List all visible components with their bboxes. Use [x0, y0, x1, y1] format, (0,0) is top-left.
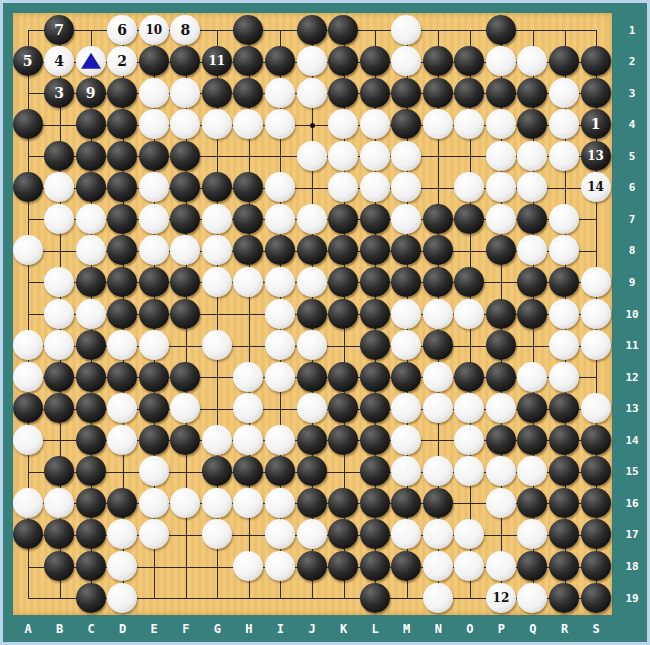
point-N17[interactable] [423, 519, 454, 550]
point-H11[interactable] [233, 330, 264, 361]
point-F15[interactable] [170, 456, 201, 487]
point-G19[interactable] [202, 583, 233, 614]
point-I8[interactable] [265, 235, 296, 266]
point-P14[interactable] [486, 425, 517, 456]
point-H14[interactable] [233, 425, 264, 456]
point-H5[interactable] [233, 141, 264, 172]
point-I12[interactable] [265, 362, 296, 393]
point-A18[interactable] [13, 551, 44, 582]
point-C8[interactable] [76, 235, 107, 266]
point-A10[interactable] [13, 299, 44, 330]
point-S12[interactable] [581, 362, 612, 393]
point-S8[interactable] [581, 235, 612, 266]
point-F14[interactable] [170, 425, 201, 456]
point-R8[interactable] [549, 235, 580, 266]
point-P3[interactable] [486, 78, 517, 109]
point-L5[interactable] [360, 141, 391, 172]
point-E10[interactable] [139, 299, 170, 330]
point-O12[interactable] [454, 362, 485, 393]
point-E7[interactable] [139, 204, 170, 235]
point-R6[interactable] [549, 172, 580, 203]
point-J11[interactable] [297, 330, 328, 361]
point-G12[interactable] [202, 362, 233, 393]
point-P16[interactable] [486, 488, 517, 519]
point-R4[interactable] [549, 109, 580, 140]
point-N5[interactable] [423, 141, 454, 172]
point-D1[interactable]: 6 [107, 15, 138, 46]
point-R3[interactable] [549, 78, 580, 109]
point-O17[interactable] [454, 519, 485, 550]
point-M13[interactable] [391, 393, 422, 424]
point-L9[interactable] [360, 267, 391, 298]
point-J1[interactable] [297, 15, 328, 46]
point-E11[interactable] [139, 330, 170, 361]
point-F13[interactable] [170, 393, 201, 424]
point-C2[interactable] [76, 46, 107, 77]
point-F8[interactable] [170, 235, 201, 266]
point-Q14[interactable] [517, 425, 548, 456]
point-K18[interactable] [328, 551, 359, 582]
point-A8[interactable] [13, 235, 44, 266]
point-H4[interactable] [233, 109, 264, 140]
point-N7[interactable] [423, 204, 454, 235]
point-I5[interactable] [265, 141, 296, 172]
point-M16[interactable] [391, 488, 422, 519]
point-N14[interactable] [423, 425, 454, 456]
point-Q17[interactable] [517, 519, 548, 550]
point-D11[interactable] [107, 330, 138, 361]
point-N8[interactable] [423, 235, 454, 266]
point-F2[interactable] [170, 46, 201, 77]
point-E1[interactable]: 10 [139, 15, 170, 46]
point-E13[interactable] [139, 393, 170, 424]
point-D2[interactable]: 2 [107, 46, 138, 77]
point-E3[interactable] [139, 78, 170, 109]
point-L10[interactable] [360, 299, 391, 330]
point-G16[interactable] [202, 488, 233, 519]
point-S15[interactable] [581, 456, 612, 487]
point-H6[interactable] [233, 172, 264, 203]
point-E14[interactable] [139, 425, 170, 456]
point-M19[interactable] [391, 583, 422, 614]
point-P15[interactable] [486, 456, 517, 487]
point-D4[interactable] [107, 109, 138, 140]
point-D3[interactable] [107, 78, 138, 109]
point-P1[interactable] [486, 15, 517, 46]
point-K11[interactable] [328, 330, 359, 361]
point-R7[interactable] [549, 204, 580, 235]
point-N9[interactable] [423, 267, 454, 298]
point-O4[interactable] [454, 109, 485, 140]
point-I15[interactable] [265, 456, 296, 487]
point-O18[interactable] [454, 551, 485, 582]
point-E5[interactable] [139, 141, 170, 172]
point-S6[interactable]: 14 [581, 172, 612, 203]
point-J13[interactable] [297, 393, 328, 424]
point-A1[interactable] [13, 15, 44, 46]
point-E6[interactable] [139, 172, 170, 203]
point-C14[interactable] [76, 425, 107, 456]
point-G3[interactable] [202, 78, 233, 109]
point-D16[interactable] [107, 488, 138, 519]
point-J2[interactable] [297, 46, 328, 77]
point-M3[interactable] [391, 78, 422, 109]
point-P13[interactable] [486, 393, 517, 424]
point-E9[interactable] [139, 267, 170, 298]
point-C16[interactable] [76, 488, 107, 519]
point-H16[interactable] [233, 488, 264, 519]
point-K5[interactable] [328, 141, 359, 172]
point-B10[interactable] [44, 299, 75, 330]
point-F7[interactable] [170, 204, 201, 235]
point-M7[interactable] [391, 204, 422, 235]
point-S10[interactable] [581, 299, 612, 330]
point-P18[interactable] [486, 551, 517, 582]
point-N13[interactable] [423, 393, 454, 424]
point-G17[interactable] [202, 519, 233, 550]
point-D19[interactable] [107, 583, 138, 614]
point-O8[interactable] [454, 235, 485, 266]
point-N16[interactable] [423, 488, 454, 519]
point-I11[interactable] [265, 330, 296, 361]
point-O5[interactable] [454, 141, 485, 172]
point-L18[interactable] [360, 551, 391, 582]
point-C10[interactable] [76, 299, 107, 330]
point-F17[interactable] [170, 519, 201, 550]
point-A3[interactable] [13, 78, 44, 109]
point-O1[interactable] [454, 15, 485, 46]
point-N1[interactable] [423, 15, 454, 46]
point-C4[interactable] [76, 109, 107, 140]
point-C19[interactable] [76, 583, 107, 614]
point-S5[interactable]: 13 [581, 141, 612, 172]
point-Q19[interactable] [517, 583, 548, 614]
point-S9[interactable] [581, 267, 612, 298]
point-M18[interactable] [391, 551, 422, 582]
point-G14[interactable] [202, 425, 233, 456]
point-A11[interactable] [13, 330, 44, 361]
point-Q15[interactable] [517, 456, 548, 487]
point-M2[interactable] [391, 46, 422, 77]
point-N19[interactable] [423, 583, 454, 614]
point-D8[interactable] [107, 235, 138, 266]
point-E17[interactable] [139, 519, 170, 550]
point-K10[interactable] [328, 299, 359, 330]
point-I13[interactable] [265, 393, 296, 424]
point-J12[interactable] [297, 362, 328, 393]
point-L19[interactable] [360, 583, 391, 614]
point-Q13[interactable] [517, 393, 548, 424]
point-R13[interactable] [549, 393, 580, 424]
point-S19[interactable] [581, 583, 612, 614]
point-H7[interactable] [233, 204, 264, 235]
point-L1[interactable] [360, 15, 391, 46]
point-L14[interactable] [360, 425, 391, 456]
point-A6[interactable] [13, 172, 44, 203]
point-H9[interactable] [233, 267, 264, 298]
point-O10[interactable] [454, 299, 485, 330]
point-I17[interactable] [265, 519, 296, 550]
point-Q18[interactable] [517, 551, 548, 582]
point-S13[interactable] [581, 393, 612, 424]
point-E15[interactable] [139, 456, 170, 487]
point-Q4[interactable] [517, 109, 548, 140]
point-Q6[interactable] [517, 172, 548, 203]
point-F5[interactable] [170, 141, 201, 172]
point-B3[interactable]: 3 [44, 78, 75, 109]
point-P19[interactable]: 12 [486, 583, 517, 614]
point-M12[interactable] [391, 362, 422, 393]
point-I1[interactable] [265, 15, 296, 46]
point-F6[interactable] [170, 172, 201, 203]
point-J7[interactable] [297, 204, 328, 235]
point-C9[interactable] [76, 267, 107, 298]
point-E4[interactable] [139, 109, 170, 140]
point-H13[interactable] [233, 393, 264, 424]
point-S18[interactable] [581, 551, 612, 582]
point-J5[interactable] [297, 141, 328, 172]
point-H8[interactable] [233, 235, 264, 266]
point-D18[interactable] [107, 551, 138, 582]
point-O14[interactable] [454, 425, 485, 456]
point-E2[interactable] [139, 46, 170, 77]
point-D5[interactable] [107, 141, 138, 172]
point-I6[interactable] [265, 172, 296, 203]
point-C11[interactable] [76, 330, 107, 361]
point-S3[interactable] [581, 78, 612, 109]
point-J14[interactable] [297, 425, 328, 456]
point-C5[interactable] [76, 141, 107, 172]
point-O7[interactable] [454, 204, 485, 235]
point-E18[interactable] [139, 551, 170, 582]
point-G10[interactable] [202, 299, 233, 330]
point-E8[interactable] [139, 235, 170, 266]
point-G8[interactable] [202, 235, 233, 266]
point-B17[interactable] [44, 519, 75, 550]
point-R2[interactable] [549, 46, 580, 77]
point-M4[interactable] [391, 109, 422, 140]
point-L4[interactable] [360, 109, 391, 140]
point-D7[interactable] [107, 204, 138, 235]
point-F19[interactable] [170, 583, 201, 614]
point-D13[interactable] [107, 393, 138, 424]
point-Q2[interactable] [517, 46, 548, 77]
point-R9[interactable] [549, 267, 580, 298]
point-B7[interactable] [44, 204, 75, 235]
point-S7[interactable] [581, 204, 612, 235]
point-F10[interactable] [170, 299, 201, 330]
point-J4[interactable] [297, 109, 328, 140]
point-Q16[interactable] [517, 488, 548, 519]
point-D6[interactable] [107, 172, 138, 203]
point-P5[interactable] [486, 141, 517, 172]
point-J6[interactable] [297, 172, 328, 203]
point-G6[interactable] [202, 172, 233, 203]
point-R11[interactable] [549, 330, 580, 361]
point-B14[interactable] [44, 425, 75, 456]
point-D17[interactable] [107, 519, 138, 550]
point-N15[interactable] [423, 456, 454, 487]
point-P6[interactable] [486, 172, 517, 203]
point-A5[interactable] [13, 141, 44, 172]
point-Q11[interactable] [517, 330, 548, 361]
point-C17[interactable] [76, 519, 107, 550]
point-C13[interactable] [76, 393, 107, 424]
point-S11[interactable] [581, 330, 612, 361]
point-A19[interactable] [13, 583, 44, 614]
point-K16[interactable] [328, 488, 359, 519]
point-K6[interactable] [328, 172, 359, 203]
point-B11[interactable] [44, 330, 75, 361]
point-E12[interactable] [139, 362, 170, 393]
point-M8[interactable] [391, 235, 422, 266]
point-G15[interactable] [202, 456, 233, 487]
point-P17[interactable] [486, 519, 517, 550]
point-P9[interactable] [486, 267, 517, 298]
point-M6[interactable] [391, 172, 422, 203]
point-G4[interactable] [202, 109, 233, 140]
point-A15[interactable] [13, 456, 44, 487]
point-R5[interactable] [549, 141, 580, 172]
point-J15[interactable] [297, 456, 328, 487]
point-P4[interactable] [486, 109, 517, 140]
point-K7[interactable] [328, 204, 359, 235]
point-P12[interactable] [486, 362, 517, 393]
point-A12[interactable] [13, 362, 44, 393]
point-F18[interactable] [170, 551, 201, 582]
point-B13[interactable] [44, 393, 75, 424]
point-M15[interactable] [391, 456, 422, 487]
point-R1[interactable] [549, 15, 580, 46]
point-Q10[interactable] [517, 299, 548, 330]
point-I3[interactable] [265, 78, 296, 109]
point-I4[interactable] [265, 109, 296, 140]
point-L13[interactable] [360, 393, 391, 424]
point-F1[interactable]: 8 [170, 15, 201, 46]
point-H2[interactable] [233, 46, 264, 77]
point-D12[interactable] [107, 362, 138, 393]
point-L3[interactable] [360, 78, 391, 109]
point-B18[interactable] [44, 551, 75, 582]
point-G13[interactable] [202, 393, 233, 424]
point-G18[interactable] [202, 551, 233, 582]
point-M9[interactable] [391, 267, 422, 298]
point-B12[interactable] [44, 362, 75, 393]
point-G1[interactable] [202, 15, 233, 46]
point-A7[interactable] [13, 204, 44, 235]
point-C15[interactable] [76, 456, 107, 487]
point-F3[interactable] [170, 78, 201, 109]
point-K3[interactable] [328, 78, 359, 109]
point-L12[interactable] [360, 362, 391, 393]
point-I10[interactable] [265, 299, 296, 330]
point-O15[interactable] [454, 456, 485, 487]
point-B8[interactable] [44, 235, 75, 266]
point-R16[interactable] [549, 488, 580, 519]
point-I18[interactable] [265, 551, 296, 582]
point-J9[interactable] [297, 267, 328, 298]
point-Q5[interactable] [517, 141, 548, 172]
point-S4[interactable]: 1 [581, 109, 612, 140]
point-K19[interactable] [328, 583, 359, 614]
point-F16[interactable] [170, 488, 201, 519]
point-K14[interactable] [328, 425, 359, 456]
point-I2[interactable] [265, 46, 296, 77]
point-M10[interactable] [391, 299, 422, 330]
point-A14[interactable] [13, 425, 44, 456]
point-C18[interactable] [76, 551, 107, 582]
point-Q9[interactable] [517, 267, 548, 298]
point-R14[interactable] [549, 425, 580, 456]
point-R19[interactable] [549, 583, 580, 614]
point-L2[interactable] [360, 46, 391, 77]
point-A16[interactable] [13, 488, 44, 519]
point-O3[interactable] [454, 78, 485, 109]
point-Q1[interactable] [517, 15, 548, 46]
point-P11[interactable] [486, 330, 517, 361]
point-F11[interactable] [170, 330, 201, 361]
point-M11[interactable] [391, 330, 422, 361]
point-H19[interactable] [233, 583, 264, 614]
point-O19[interactable] [454, 583, 485, 614]
point-J17[interactable] [297, 519, 328, 550]
point-B16[interactable] [44, 488, 75, 519]
point-M17[interactable] [391, 519, 422, 550]
point-F12[interactable] [170, 362, 201, 393]
point-Q8[interactable] [517, 235, 548, 266]
point-K9[interactable] [328, 267, 359, 298]
point-K4[interactable] [328, 109, 359, 140]
point-C7[interactable] [76, 204, 107, 235]
point-H1[interactable] [233, 15, 264, 46]
point-A17[interactable] [13, 519, 44, 550]
point-B9[interactable] [44, 267, 75, 298]
point-L15[interactable] [360, 456, 391, 487]
point-C1[interactable] [76, 15, 107, 46]
point-J16[interactable] [297, 488, 328, 519]
point-R17[interactable] [549, 519, 580, 550]
point-M5[interactable] [391, 141, 422, 172]
point-H12[interactable] [233, 362, 264, 393]
point-J19[interactable] [297, 583, 328, 614]
point-L8[interactable] [360, 235, 391, 266]
point-I9[interactable] [265, 267, 296, 298]
point-K2[interactable] [328, 46, 359, 77]
point-M14[interactable] [391, 425, 422, 456]
point-O11[interactable] [454, 330, 485, 361]
point-L11[interactable] [360, 330, 391, 361]
point-R10[interactable] [549, 299, 580, 330]
point-S2[interactable] [581, 46, 612, 77]
point-C12[interactable] [76, 362, 107, 393]
point-B4[interactable] [44, 109, 75, 140]
point-B19[interactable] [44, 583, 75, 614]
point-A2[interactable]: 5 [13, 46, 44, 77]
point-G7[interactable] [202, 204, 233, 235]
point-K8[interactable] [328, 235, 359, 266]
point-N18[interactable] [423, 551, 454, 582]
point-H3[interactable] [233, 78, 264, 109]
point-Q12[interactable] [517, 362, 548, 393]
point-S14[interactable] [581, 425, 612, 456]
point-B2[interactable]: 4 [44, 46, 75, 77]
point-A4[interactable] [13, 109, 44, 140]
point-L7[interactable] [360, 204, 391, 235]
point-D15[interactable] [107, 456, 138, 487]
point-I14[interactable] [265, 425, 296, 456]
point-K17[interactable] [328, 519, 359, 550]
point-Q3[interactable] [517, 78, 548, 109]
